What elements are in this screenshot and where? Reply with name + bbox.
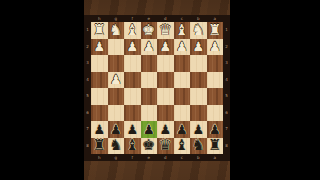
coordinate-label: 8 xyxy=(85,138,90,155)
screenshot-frame: hgfedcba hgfedcba 12345678 12345678 ♜♞♝♚… xyxy=(0,0,320,180)
coordinate-label: 5 xyxy=(85,88,90,105)
square-d4[interactable] xyxy=(157,72,174,89)
square-g2[interactable] xyxy=(108,39,125,56)
letterbox-left xyxy=(0,0,84,180)
coordinate-label: d xyxy=(157,155,174,160)
white-knight: ♞ xyxy=(109,22,122,37)
coordinate-label: a xyxy=(207,16,224,21)
white-pawn: ♟ xyxy=(126,40,138,53)
coordinate-label: 3 xyxy=(224,55,229,72)
coordinate-label: h xyxy=(91,16,108,21)
square-h5[interactable] xyxy=(91,88,108,105)
square-b8[interactable]: ♞ xyxy=(190,138,207,155)
black-bishop: ♝ xyxy=(175,138,188,153)
coordinate-label: 2 xyxy=(224,39,229,56)
coordinate-label: g xyxy=(108,155,125,160)
black-rook: ♜ xyxy=(208,138,221,153)
white-pawn: ♟ xyxy=(209,40,221,53)
black-pawn: ♟ xyxy=(192,122,204,135)
black-king: ♚ xyxy=(142,138,155,153)
coordinate-label: g xyxy=(108,16,125,21)
coordinate-label: e xyxy=(141,16,158,21)
square-e7[interactable]: ♟ xyxy=(141,121,158,138)
white-pawn: ♟ xyxy=(93,40,105,53)
coordinate-label: d xyxy=(157,16,174,21)
white-bishop: ♝ xyxy=(175,22,188,37)
board-frame: hgfedcba hgfedcba 12345678 12345678 ♜♞♝♚… xyxy=(84,15,230,161)
coordinate-label: 2 xyxy=(85,39,90,56)
square-e5[interactable] xyxy=(141,88,158,105)
square-c3[interactable] xyxy=(174,55,191,72)
square-e1[interactable]: ♚ xyxy=(141,22,158,39)
square-d2[interactable]: ♟ xyxy=(157,39,174,56)
coordinate-label: 1 xyxy=(85,22,90,39)
square-h7[interactable]: ♟ xyxy=(91,121,108,138)
square-a2[interactable]: ♟ xyxy=(207,39,224,56)
square-f4[interactable] xyxy=(124,72,141,89)
square-g7[interactable]: ♟ xyxy=(108,121,125,138)
square-e2[interactable]: ♟ xyxy=(141,39,158,56)
square-a7[interactable]: ♟ xyxy=(207,121,224,138)
square-f6[interactable] xyxy=(124,105,141,122)
square-d1[interactable]: ♛ xyxy=(157,22,174,39)
black-pawn: ♟ xyxy=(110,122,122,135)
square-a3[interactable] xyxy=(207,55,224,72)
square-f3[interactable] xyxy=(124,55,141,72)
square-e8[interactable]: ♚ xyxy=(141,138,158,155)
square-a1[interactable]: ♜ xyxy=(207,22,224,39)
coordinate-label: 6 xyxy=(224,105,229,122)
white-pawn: ♟ xyxy=(143,40,155,53)
coordinate-label: e xyxy=(141,155,158,160)
coordinate-label: f xyxy=(124,16,141,21)
square-h1[interactable]: ♜ xyxy=(91,22,108,39)
white-pawn: ♟ xyxy=(176,40,188,53)
square-b2[interactable]: ♟ xyxy=(190,39,207,56)
square-h2[interactable]: ♟ xyxy=(91,39,108,56)
square-c4[interactable] xyxy=(174,72,191,89)
coordinate-label: f xyxy=(124,155,141,160)
rank-labels-left: 12345678 xyxy=(85,22,90,154)
coordinate-label: 8 xyxy=(224,138,229,155)
square-a6[interactable] xyxy=(207,105,224,122)
white-pawn: ♟ xyxy=(192,40,204,53)
square-h8[interactable]: ♜ xyxy=(91,138,108,155)
square-a5[interactable] xyxy=(207,88,224,105)
square-b5[interactable] xyxy=(190,88,207,105)
square-g5[interactable] xyxy=(108,88,125,105)
square-d6[interactable] xyxy=(157,105,174,122)
file-labels-top: hgfedcba xyxy=(91,16,223,21)
square-c5[interactable] xyxy=(174,88,191,105)
coordinate-label: h xyxy=(91,155,108,160)
coordinate-label: b xyxy=(190,155,207,160)
rank-labels-right: 12345678 xyxy=(224,22,229,154)
square-h4[interactable] xyxy=(91,72,108,89)
square-h3[interactable] xyxy=(91,55,108,72)
square-e3[interactable] xyxy=(141,55,158,72)
square-e4[interactable] xyxy=(141,72,158,89)
chess-app-content: hgfedcba hgfedcba 12345678 12345678 ♜♞♝♚… xyxy=(84,0,230,180)
black-rook: ♜ xyxy=(93,138,106,153)
square-b1[interactable]: ♞ xyxy=(190,22,207,39)
square-f8[interactable]: ♝ xyxy=(124,138,141,155)
square-h6[interactable] xyxy=(91,105,108,122)
white-rook: ♜ xyxy=(93,22,106,37)
square-g8[interactable]: ♞ xyxy=(108,138,125,155)
coordinate-label: 3 xyxy=(85,55,90,72)
square-b4[interactable] xyxy=(190,72,207,89)
white-knight: ♞ xyxy=(192,22,205,37)
black-bishop: ♝ xyxy=(126,138,139,153)
coordinate-label: 4 xyxy=(224,72,229,89)
file-labels-bottom: hgfedcba xyxy=(91,155,223,160)
coordinate-label: 5 xyxy=(224,88,229,105)
black-pawn: ♟ xyxy=(176,122,188,135)
square-b6[interactable] xyxy=(190,105,207,122)
square-f2[interactable]: ♟ xyxy=(124,39,141,56)
board: ♜♞♝♚♛♝♞♜♟♟♟♟♟♟♟♟♟♟♟♟♟♟♟♟♜♞♝♚♛♝♞♜ xyxy=(91,22,223,154)
square-b3[interactable] xyxy=(190,55,207,72)
square-a8[interactable]: ♜ xyxy=(207,138,224,155)
black-pawn: ♟ xyxy=(159,122,171,135)
black-pawn: ♟ xyxy=(126,122,138,135)
square-c7[interactable]: ♟ xyxy=(174,121,191,138)
black-pawn: ♟ xyxy=(209,122,221,135)
square-e6[interactable] xyxy=(141,105,158,122)
square-c8[interactable]: ♝ xyxy=(174,138,191,155)
square-f5[interactable] xyxy=(124,88,141,105)
square-d5[interactable] xyxy=(157,88,174,105)
square-f1[interactable]: ♝ xyxy=(124,22,141,39)
square-d8[interactable]: ♛ xyxy=(157,138,174,155)
letterbox-right xyxy=(230,0,320,180)
coordinate-label: 1 xyxy=(224,22,229,39)
square-g3[interactable] xyxy=(108,55,125,72)
coordinate-label: 4 xyxy=(85,72,90,89)
white-king: ♚ xyxy=(142,22,155,37)
square-b7[interactable]: ♟ xyxy=(190,121,207,138)
black-knight: ♞ xyxy=(192,138,205,153)
square-g6[interactable] xyxy=(108,105,125,122)
black-pawn: ♟ xyxy=(93,122,105,135)
square-c6[interactable] xyxy=(174,105,191,122)
white-pawn: ♟ xyxy=(159,40,171,53)
black-pawn: ♟ xyxy=(143,122,155,135)
square-d7[interactable]: ♟ xyxy=(157,121,174,138)
square-f7[interactable]: ♟ xyxy=(124,121,141,138)
white-bishop: ♝ xyxy=(126,22,139,37)
coordinate-label: c xyxy=(174,155,191,160)
square-d3[interactable] xyxy=(157,55,174,72)
square-g1[interactable]: ♞ xyxy=(108,22,125,39)
black-queen: ♛ xyxy=(159,138,172,153)
black-knight: ♞ xyxy=(109,138,122,153)
coordinate-label: 7 xyxy=(85,121,90,138)
square-g4[interactable]: ♟ xyxy=(108,72,125,89)
coordinate-label: b xyxy=(190,16,207,21)
square-c1[interactable]: ♝ xyxy=(174,22,191,39)
coordinate-label: a xyxy=(207,155,224,160)
coordinate-label: 7 xyxy=(224,121,229,138)
square-a4[interactable] xyxy=(207,72,224,89)
square-c2[interactable]: ♟ xyxy=(174,39,191,56)
coordinate-label: c xyxy=(174,16,191,21)
white-rook: ♜ xyxy=(208,22,221,37)
white-queen: ♛ xyxy=(159,22,172,37)
white-pawn: ♟ xyxy=(110,73,122,86)
coordinate-label: 6 xyxy=(85,105,90,122)
